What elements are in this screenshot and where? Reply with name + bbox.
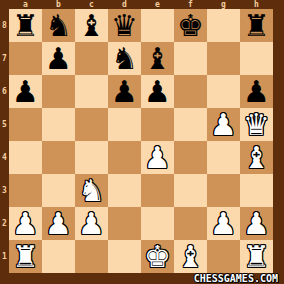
square-c2: ♟ xyxy=(75,207,108,240)
square-d3 xyxy=(108,174,141,207)
square-f3 xyxy=(174,174,207,207)
square-d6: ♟ xyxy=(108,75,141,108)
piece-white-queen: ♛ xyxy=(243,108,270,141)
rank-label-2: 2 xyxy=(0,207,9,240)
rank-label-8: 8 xyxy=(0,9,9,42)
square-f6 xyxy=(174,75,207,108)
file-label-e: e xyxy=(141,0,174,9)
square-h5: ♛ xyxy=(240,108,273,141)
square-f5 xyxy=(174,108,207,141)
square-c6 xyxy=(75,75,108,108)
piece-white-bishop: ♝ xyxy=(243,141,270,174)
piece-white-pawn: ♟ xyxy=(12,207,39,240)
square-g5: ♟ xyxy=(207,108,240,141)
square-a3 xyxy=(9,174,42,207)
file-label-g: g xyxy=(207,0,240,9)
square-h7 xyxy=(240,42,273,75)
square-h6: ♟ xyxy=(240,75,273,108)
square-c7 xyxy=(75,42,108,75)
rank-labels: 8 7 6 5 4 3 2 1 xyxy=(0,9,9,273)
piece-black-pawn: ♟ xyxy=(111,75,138,108)
square-e3 xyxy=(141,174,174,207)
piece-white-pawn: ♟ xyxy=(210,108,237,141)
square-a8: ♜ xyxy=(9,9,42,42)
piece-black-king: ♚ xyxy=(177,9,204,42)
square-h8: ♜ xyxy=(240,9,273,42)
square-f2 xyxy=(174,207,207,240)
square-e5 xyxy=(141,108,174,141)
square-f7 xyxy=(174,42,207,75)
piece-black-pawn: ♟ xyxy=(12,75,39,108)
square-a7 xyxy=(9,42,42,75)
square-b5 xyxy=(42,108,75,141)
square-c1 xyxy=(75,240,108,273)
piece-black-knight: ♞ xyxy=(111,42,138,75)
square-a1: ♜ xyxy=(9,240,42,273)
square-e7: ♝ xyxy=(141,42,174,75)
square-g4 xyxy=(207,141,240,174)
piece-white-pawn: ♟ xyxy=(45,207,72,240)
piece-white-bishop: ♝ xyxy=(177,240,204,273)
rank-label-4: 4 xyxy=(0,141,9,174)
square-e1: ♚ xyxy=(141,240,174,273)
square-d2 xyxy=(108,207,141,240)
square-g3 xyxy=(207,174,240,207)
chess-board: ♜♞♝♛♚♜♟♞♝♟♟♟♟♟♛♟♝♞♟♟♟♟♟♜♚♝♜ xyxy=(9,9,273,273)
piece-white-king: ♚ xyxy=(144,240,171,273)
rank-label-5: 5 xyxy=(0,108,9,141)
piece-white-rook: ♜ xyxy=(12,240,39,273)
piece-white-pawn: ♟ xyxy=(78,207,105,240)
piece-black-pawn: ♟ xyxy=(45,42,72,75)
chess-diagram: a b c d e f g h 8 7 6 5 4 3 2 1 ♜♞♝♛♚♜♟♞… xyxy=(0,0,284,284)
piece-white-knight: ♞ xyxy=(78,174,105,207)
square-d1 xyxy=(108,240,141,273)
square-e8 xyxy=(141,9,174,42)
square-g8 xyxy=(207,9,240,42)
piece-white-pawn: ♟ xyxy=(210,207,237,240)
square-f1: ♝ xyxy=(174,240,207,273)
rank-label-1: 1 xyxy=(0,240,9,273)
piece-black-knight: ♞ xyxy=(45,9,72,42)
square-g1 xyxy=(207,240,240,273)
piece-black-bishop: ♝ xyxy=(78,9,105,42)
piece-black-bishop: ♝ xyxy=(144,42,171,75)
piece-white-rook: ♜ xyxy=(243,240,270,273)
piece-black-queen: ♛ xyxy=(111,9,138,42)
square-g7 xyxy=(207,42,240,75)
square-h3 xyxy=(240,174,273,207)
rank-label-7: 7 xyxy=(0,42,9,75)
square-b1 xyxy=(42,240,75,273)
square-a5 xyxy=(9,108,42,141)
watermark: CHESSGAMES.COM xyxy=(194,273,278,284)
square-e6: ♟ xyxy=(141,75,174,108)
square-c8: ♝ xyxy=(75,9,108,42)
square-f8: ♚ xyxy=(174,9,207,42)
square-c3: ♞ xyxy=(75,174,108,207)
square-b3 xyxy=(42,174,75,207)
piece-black-pawn: ♟ xyxy=(243,75,270,108)
square-c5 xyxy=(75,108,108,141)
square-e2 xyxy=(141,207,174,240)
square-h4: ♝ xyxy=(240,141,273,174)
square-a6: ♟ xyxy=(9,75,42,108)
rank-label-3: 3 xyxy=(0,174,9,207)
square-f4 xyxy=(174,141,207,174)
square-e4: ♟ xyxy=(141,141,174,174)
piece-white-pawn: ♟ xyxy=(243,207,270,240)
square-d5 xyxy=(108,108,141,141)
square-c4 xyxy=(75,141,108,174)
square-d8: ♛ xyxy=(108,9,141,42)
piece-black-pawn: ♟ xyxy=(144,75,171,108)
square-h2: ♟ xyxy=(240,207,273,240)
square-h1: ♜ xyxy=(240,240,273,273)
square-b7: ♟ xyxy=(42,42,75,75)
square-d4 xyxy=(108,141,141,174)
square-b6 xyxy=(42,75,75,108)
square-g6 xyxy=(207,75,240,108)
square-g2: ♟ xyxy=(207,207,240,240)
square-b8: ♞ xyxy=(42,9,75,42)
square-b2: ♟ xyxy=(42,207,75,240)
piece-white-pawn: ♟ xyxy=(144,141,171,174)
rank-label-6: 6 xyxy=(0,75,9,108)
piece-black-rook: ♜ xyxy=(243,9,270,42)
square-d7: ♞ xyxy=(108,42,141,75)
square-a2: ♟ xyxy=(9,207,42,240)
piece-black-rook: ♜ xyxy=(12,9,39,42)
square-a4 xyxy=(9,141,42,174)
square-b4 xyxy=(42,141,75,174)
